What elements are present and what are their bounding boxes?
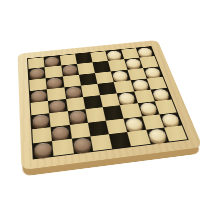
dark-piece[interactable] — [65, 86, 82, 98]
dark-piece[interactable] — [52, 126, 70, 140]
photo-scene — [0, 0, 200, 200]
dark-piece[interactable] — [34, 142, 52, 157]
dark-piece[interactable] — [73, 137, 92, 152]
board-face — [18, 40, 200, 170]
light-piece[interactable] — [152, 89, 171, 101]
square-r8c1[interactable] — [33, 141, 54, 159]
dark-piece[interactable] — [49, 100, 66, 113]
dark-piece[interactable] — [69, 110, 87, 123]
dark-piece[interactable] — [32, 114, 49, 128]
dark-piece[interactable] — [31, 90, 47, 102]
checkers-board — [18, 40, 200, 170]
light-piece[interactable] — [118, 92, 136, 104]
square-r8c8[interactable] — [164, 125, 188, 141]
board-grid — [27, 46, 189, 159]
square-r8c2[interactable] — [52, 139, 73, 156]
light-piece[interactable] — [160, 113, 180, 127]
